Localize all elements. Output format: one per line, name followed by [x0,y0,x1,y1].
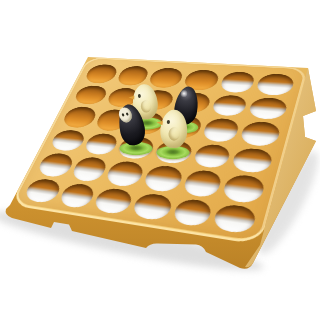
board-socket-hole [222,174,267,204]
othello-travel-set-photo [0,0,320,320]
chick-beak [128,96,134,100]
board-socket-hole [231,147,275,175]
board-cell[interactable] [252,72,298,98]
board-socket-hole [247,97,289,121]
board-socket-hole [255,74,296,97]
board-socket-hole [239,121,282,147]
board-socket-hole [170,197,216,228]
board-socket-hole [209,94,250,118]
board-socket-hole [212,202,259,235]
board-socket-hole [190,143,233,170]
chick-eye [137,94,140,98]
board-socket-hole [180,169,224,198]
board-socket-hole [200,118,242,143]
board-cell[interactable] [245,95,292,123]
chick-beak [156,120,163,125]
chick-eye [167,120,170,124]
board-socket-hole [218,72,258,94]
board-cell[interactable] [209,200,262,237]
board-socket-hole [141,164,184,192]
board-cell[interactable] [236,119,285,149]
board-socket-hole [130,191,174,221]
